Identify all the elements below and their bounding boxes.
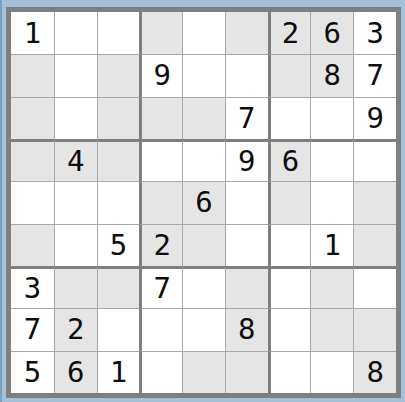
cell-r3c7[interactable] bbox=[268, 97, 311, 139]
cell-r8c9[interactable] bbox=[353, 308, 396, 350]
cell-r3c5[interactable] bbox=[182, 97, 225, 139]
cell-r8c4[interactable] bbox=[139, 308, 182, 350]
cell-r3c3[interactable] bbox=[97, 97, 140, 139]
cell-r9c2[interactable]: 6 bbox=[54, 351, 97, 393]
cell-r2c4[interactable]: 9 bbox=[139, 54, 182, 96]
cell-r6c7[interactable] bbox=[268, 224, 311, 266]
cell-r6c3[interactable]: 5 bbox=[97, 224, 140, 266]
cell-r1c6[interactable] bbox=[225, 12, 268, 54]
cell-r5c7[interactable] bbox=[268, 181, 311, 223]
cell-r5c8[interactable] bbox=[310, 181, 353, 223]
cell-r8c5[interactable] bbox=[182, 308, 225, 350]
cell-r3c2[interactable] bbox=[54, 97, 97, 139]
cell-r9c7[interactable] bbox=[268, 351, 311, 393]
cell-r7c9[interactable] bbox=[353, 266, 396, 308]
cell-r1c8[interactable]: 6 bbox=[310, 12, 353, 54]
cell-r2c3[interactable] bbox=[97, 54, 140, 96]
cell-r9c1[interactable]: 5 bbox=[11, 351, 54, 393]
cell-r9c5[interactable] bbox=[182, 351, 225, 393]
cell-r4c4[interactable] bbox=[139, 139, 182, 181]
cell-r7c2[interactable] bbox=[54, 266, 97, 308]
cell-r4c9[interactable] bbox=[353, 139, 396, 181]
cell-r3c1[interactable] bbox=[11, 97, 54, 139]
cell-r8c2[interactable]: 2 bbox=[54, 308, 97, 350]
cell-r7c7[interactable] bbox=[268, 266, 311, 308]
cell-r3c6[interactable]: 7 bbox=[225, 97, 268, 139]
cell-r4c1[interactable] bbox=[11, 139, 54, 181]
cell-r6c8[interactable]: 1 bbox=[310, 224, 353, 266]
cell-r6c1[interactable] bbox=[11, 224, 54, 266]
cell-r9c3[interactable]: 1 bbox=[97, 351, 140, 393]
cell-r7c8[interactable] bbox=[310, 266, 353, 308]
cell-r7c6[interactable] bbox=[225, 266, 268, 308]
cell-r1c9[interactable]: 3 bbox=[353, 12, 396, 54]
cell-r1c1[interactable]: 1 bbox=[11, 12, 54, 54]
cell-r2c6[interactable] bbox=[225, 54, 268, 96]
cell-r8c3[interactable] bbox=[97, 308, 140, 350]
cell-r6c5[interactable] bbox=[182, 224, 225, 266]
sudoku-board: 1263987794966521377285618 bbox=[6, 7, 401, 398]
cell-r5c6[interactable] bbox=[225, 181, 268, 223]
cell-r9c6[interactable] bbox=[225, 351, 268, 393]
cell-r5c4[interactable] bbox=[139, 181, 182, 223]
cell-r4c8[interactable] bbox=[310, 139, 353, 181]
cell-r7c1[interactable]: 3 bbox=[11, 266, 54, 308]
cell-r1c3[interactable] bbox=[97, 12, 140, 54]
app-background: 1263987794966521377285618 bbox=[0, 0, 405, 402]
cell-r4c7[interactable]: 6 bbox=[268, 139, 311, 181]
cell-r2c9[interactable]: 7 bbox=[353, 54, 396, 96]
cell-r7c5[interactable] bbox=[182, 266, 225, 308]
cell-r9c8[interactable] bbox=[310, 351, 353, 393]
cell-r5c2[interactable] bbox=[54, 181, 97, 223]
cell-r6c9[interactable] bbox=[353, 224, 396, 266]
cell-r2c1[interactable] bbox=[11, 54, 54, 96]
cell-r4c5[interactable] bbox=[182, 139, 225, 181]
cell-r8c8[interactable] bbox=[310, 308, 353, 350]
cell-r3c8[interactable] bbox=[310, 97, 353, 139]
cell-r1c2[interactable] bbox=[54, 12, 97, 54]
cell-r2c2[interactable] bbox=[54, 54, 97, 96]
cell-r5c5[interactable]: 6 bbox=[182, 181, 225, 223]
cell-r1c4[interactable] bbox=[139, 12, 182, 54]
cell-r8c7[interactable] bbox=[268, 308, 311, 350]
cell-r6c2[interactable] bbox=[54, 224, 97, 266]
cell-r8c1[interactable]: 7 bbox=[11, 308, 54, 350]
cell-r2c7[interactable] bbox=[268, 54, 311, 96]
cell-r9c9[interactable]: 8 bbox=[353, 351, 396, 393]
cell-r9c4[interactable] bbox=[139, 351, 182, 393]
cell-r3c4[interactable] bbox=[139, 97, 182, 139]
cell-r6c4[interactable]: 2 bbox=[139, 224, 182, 266]
cell-r7c4[interactable]: 7 bbox=[139, 266, 182, 308]
cell-r1c5[interactable] bbox=[182, 12, 225, 54]
cell-r5c9[interactable] bbox=[353, 181, 396, 223]
cell-r1c7[interactable]: 2 bbox=[268, 12, 311, 54]
cell-r8c6[interactable]: 8 bbox=[225, 308, 268, 350]
cell-r5c1[interactable] bbox=[11, 181, 54, 223]
cell-r4c3[interactable] bbox=[97, 139, 140, 181]
cell-r7c3[interactable] bbox=[97, 266, 140, 308]
cell-r5c3[interactable] bbox=[97, 181, 140, 223]
cell-r3c9[interactable]: 9 bbox=[353, 97, 396, 139]
cell-r2c5[interactable] bbox=[182, 54, 225, 96]
cell-r4c2[interactable]: 4 bbox=[54, 139, 97, 181]
cell-r2c8[interactable]: 8 bbox=[310, 54, 353, 96]
cell-r6c6[interactable] bbox=[225, 224, 268, 266]
cell-r4c6[interactable]: 9 bbox=[225, 139, 268, 181]
